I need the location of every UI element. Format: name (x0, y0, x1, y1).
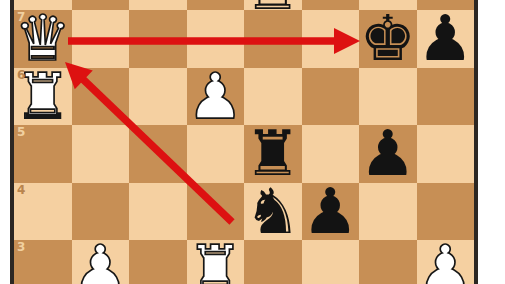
square-f5[interactable] (302, 125, 360, 183)
square-d7[interactable] (187, 10, 245, 68)
square-d5[interactable] (187, 125, 245, 183)
square-b8[interactable] (72, 0, 130, 10)
piece-black-knight-e4[interactable]: ♞ (245, 180, 301, 243)
square-e8[interactable]: ♜ (244, 0, 302, 10)
piece-white-pawn-b3[interactable]: ♟ (72, 237, 128, 284)
square-c6[interactable] (129, 68, 187, 126)
square-a4[interactable]: 4 (14, 183, 72, 241)
square-e5[interactable]: ♜ (244, 125, 302, 183)
piece-black-king-g7[interactable]: ♚ (360, 7, 416, 70)
square-e7[interactable] (244, 10, 302, 68)
square-f4[interactable]: ♟ (302, 183, 360, 241)
square-a3[interactable]: 3 (14, 240, 72, 284)
square-g7[interactable]: ♚ (359, 10, 417, 68)
piece-black-pawn-h7[interactable]: ♟ (417, 7, 473, 70)
square-a5[interactable]: 5 (14, 125, 72, 183)
square-c8[interactable] (129, 0, 187, 10)
square-g4[interactable] (359, 183, 417, 241)
square-g3[interactable] (359, 240, 417, 284)
square-c3[interactable] (129, 240, 187, 284)
piece-white-rook-d3[interactable]: ♜ (187, 237, 243, 284)
piece-black-pawn-f4[interactable]: ♟ (302, 180, 358, 243)
piece-white-pawn-d6[interactable]: ♟ (187, 65, 243, 128)
square-h6[interactable] (417, 68, 475, 126)
chessboard: ♜7♛♚♟6♜♟5♜♟4♞♟3♟♜♟ (10, 0, 478, 284)
rank-label-4: 4 (17, 184, 25, 196)
piece-white-pawn-h3[interactable]: ♟ (417, 237, 473, 284)
square-f8[interactable] (302, 0, 360, 10)
board-grid: ♜7♛♚♟6♜♟5♜♟4♞♟3♟♜♟ (14, 0, 474, 284)
square-e4[interactable]: ♞ (244, 183, 302, 241)
square-b7[interactable] (72, 10, 130, 68)
square-b6[interactable] (72, 68, 130, 126)
rank-label-3: 3 (17, 241, 25, 253)
square-f3[interactable] (302, 240, 360, 284)
chess-diagram: ♜7♛♚♟6♜♟5♜♟4♞♟3♟♜♟ (0, 0, 505, 284)
square-h7[interactable]: ♟ (417, 10, 475, 68)
square-d6[interactable]: ♟ (187, 68, 245, 126)
square-e3[interactable] (244, 240, 302, 284)
square-d3[interactable]: ♜ (187, 240, 245, 284)
piece-black-pawn-g5[interactable]: ♟ (360, 122, 416, 185)
square-f6[interactable] (302, 68, 360, 126)
square-c4[interactable] (129, 183, 187, 241)
square-f7[interactable] (302, 10, 360, 68)
square-c5[interactable] (129, 125, 187, 183)
square-h3[interactable]: ♟ (417, 240, 475, 284)
square-a6[interactable]: 6♜ (14, 68, 72, 126)
square-g5[interactable]: ♟ (359, 125, 417, 183)
square-c7[interactable] (129, 10, 187, 68)
square-h5[interactable] (417, 125, 475, 183)
square-a7[interactable]: 7♛ (14, 10, 72, 68)
square-d8[interactable] (187, 0, 245, 10)
piece-white-rook-a6[interactable]: ♜ (15, 65, 71, 128)
rank-label-5: 5 (17, 126, 25, 138)
square-b5[interactable] (72, 125, 130, 183)
square-b3[interactable]: ♟ (72, 240, 130, 284)
